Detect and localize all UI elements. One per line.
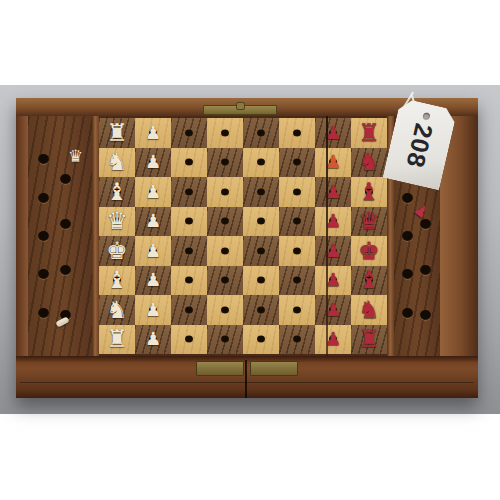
peg-hole <box>185 336 193 343</box>
box-front-rail <box>16 356 478 398</box>
square-r5c8[interactable]: ♚ <box>351 236 387 266</box>
square-r4c1[interactable]: ♛ <box>99 207 135 237</box>
square-r5c3[interactable] <box>171 236 207 266</box>
square-r7c8[interactable]: ♞ <box>351 295 387 325</box>
peg-hole <box>257 306 265 313</box>
peg-hole <box>221 129 229 136</box>
peg-hole <box>221 218 229 225</box>
red-rook[interactable]: ♜ <box>358 327 380 351</box>
red-rook[interactable]: ♜ <box>358 120 380 144</box>
square-r3c6[interactable] <box>279 177 315 207</box>
square-r4c6[interactable] <box>279 207 315 237</box>
square-r2c3[interactable] <box>171 148 207 178</box>
square-r3c3[interactable] <box>171 177 207 207</box>
square-r7c3[interactable] <box>171 295 207 325</box>
square-r3c1[interactable]: ♝ <box>99 177 135 207</box>
peg-hole <box>293 306 301 313</box>
square-r5c2[interactable]: ♟ <box>135 236 171 266</box>
tray-peg-hole <box>60 219 71 229</box>
hinge-knuckle <box>236 102 245 110</box>
square-r7c2[interactable]: ♟ <box>135 295 171 325</box>
tray-peg-hole <box>402 269 413 279</box>
peg-hole <box>257 188 265 195</box>
white-bishop[interactable]: ♝ <box>106 268 128 292</box>
tray-peg-hole <box>420 265 431 275</box>
white-bishop[interactable]: ♝ <box>106 179 128 203</box>
white-queen[interactable]: ♛ <box>106 209 128 233</box>
square-r4c7[interactable]: ♟ <box>315 207 351 237</box>
square-r8c5[interactable] <box>243 325 279 355</box>
square-r3c2[interactable]: ♟ <box>135 177 171 207</box>
peg-hole <box>257 247 265 254</box>
square-r7c6[interactable] <box>279 295 315 325</box>
square-r4c5[interactable] <box>243 207 279 237</box>
peg-hole <box>185 306 193 313</box>
square-r7c7[interactable]: ♟ <box>315 295 351 325</box>
peg-hole <box>185 247 193 254</box>
square-r6c6[interactable] <box>279 266 315 296</box>
peg-hole <box>185 218 193 225</box>
tray-peg-hole <box>38 269 49 279</box>
tray-peg-hole <box>420 310 431 320</box>
red-bishop[interactable]: ♝ <box>358 268 380 292</box>
peg-hole <box>221 277 229 284</box>
peg-hole <box>293 336 301 343</box>
left-tray-holes <box>36 126 50 346</box>
fold-crack <box>245 360 247 398</box>
chess-board: ♜♟♟♜♞♟♟♞♝♟♟♝♛♟♟♛♚♟♟♚♝♟♟♝♞♟♟♞♜♟♟♜ <box>99 118 387 354</box>
square-r1c6[interactable] <box>279 118 315 148</box>
white-pawn[interactable]: ♟ <box>145 212 161 230</box>
square-r5c5[interactable] <box>243 236 279 266</box>
tray-peg-hole <box>60 174 71 184</box>
square-r6c4[interactable] <box>207 266 243 296</box>
brass-hinge-top <box>203 105 277 115</box>
tag-hole <box>422 112 430 120</box>
peg-hole <box>257 336 265 343</box>
square-r3c5[interactable] <box>243 177 279 207</box>
peg-hole <box>293 218 301 225</box>
tray-peg-hole <box>402 308 413 318</box>
square-r5c1[interactable]: ♚ <box>99 236 135 266</box>
peg-hole <box>293 247 301 254</box>
square-r5c4[interactable] <box>207 236 243 266</box>
square-r2c4[interactable] <box>207 148 243 178</box>
peg-hole <box>293 188 301 195</box>
square-r2c5[interactable] <box>243 148 279 178</box>
square-r1c8[interactable]: ♜ <box>351 118 387 148</box>
square-r2c6[interactable] <box>279 148 315 178</box>
lot-number: 208 <box>400 121 438 171</box>
front-rail-groove <box>20 382 474 384</box>
red-knight[interactable]: ♞ <box>358 150 380 174</box>
board-panel: ♜♟♟♜♞♟♟♞♝♟♟♝♛♟♟♛♚♟♟♚♝♟♟♝♞♟♟♞♜♟♟♜ <box>99 116 387 356</box>
square-r4c2[interactable]: ♟ <box>135 207 171 237</box>
square-r2c7[interactable]: ♟ <box>315 148 351 178</box>
white-pawn[interactable]: ♟ <box>145 242 161 260</box>
square-r1c5[interactable] <box>243 118 279 148</box>
square-r4c4[interactable] <box>207 207 243 237</box>
square-r6c7[interactable]: ♟ <box>315 266 351 296</box>
square-r1c7[interactable]: ♟ <box>315 118 351 148</box>
red-knight[interactable]: ♞ <box>358 297 380 321</box>
square-r1c4[interactable] <box>207 118 243 148</box>
square-r7c4[interactable] <box>207 295 243 325</box>
peg-hole <box>185 129 193 136</box>
white-knight[interactable]: ♞ <box>106 297 128 321</box>
square-r8c1[interactable]: ♜ <box>99 325 135 355</box>
white-rook[interactable]: ♜ <box>106 120 128 144</box>
peg-hole <box>221 188 229 195</box>
left-storage-tray: ♛ <box>28 116 92 356</box>
square-r6c2[interactable]: ♟ <box>135 266 171 296</box>
peg-hole <box>257 218 265 225</box>
square-r6c5[interactable] <box>243 266 279 296</box>
white-king[interactable]: ♚ <box>106 238 128 262</box>
tray-peg-hole <box>402 193 413 203</box>
square-r7c5[interactable] <box>243 295 279 325</box>
white-rook[interactable]: ♜ <box>106 327 128 351</box>
peg-hole <box>185 159 193 166</box>
left-tray-divider <box>92 116 99 356</box>
white-pawn[interactable]: ♟ <box>145 183 161 201</box>
square-r2c1[interactable]: ♞ <box>99 148 135 178</box>
square-r4c8[interactable]: ♛ <box>351 207 387 237</box>
tray-peg-hole <box>60 265 71 275</box>
white-pawn[interactable]: ♟ <box>145 153 161 171</box>
square-r6c1[interactable]: ♝ <box>99 266 135 296</box>
tray-peg-hole <box>38 193 49 203</box>
front-rail-lip <box>16 356 478 362</box>
tray-peg-hole <box>402 231 413 241</box>
square-r3c7[interactable]: ♟ <box>315 177 351 207</box>
square-r1c3[interactable] <box>171 118 207 148</box>
tray-peg-hole <box>38 231 49 241</box>
square-r8c4[interactable] <box>207 325 243 355</box>
peg-hole <box>293 277 301 284</box>
left-rim <box>16 116 28 356</box>
white-pawn[interactable]: ♟ <box>145 301 161 319</box>
white-pawn[interactable]: ♟ <box>145 124 161 142</box>
peg-hole <box>293 159 301 166</box>
peg-hole <box>257 277 265 284</box>
peg-hole <box>257 129 265 136</box>
red-king[interactable]: ♚ <box>358 238 380 262</box>
brass-hinge-bottom-left <box>196 361 244 376</box>
board-fold-seam <box>326 116 328 356</box>
square-r1c2[interactable]: ♟ <box>135 118 171 148</box>
peg-hole <box>221 247 229 254</box>
peg-hole <box>185 188 193 195</box>
square-r7c1[interactable]: ♞ <box>99 295 135 325</box>
white-spare-piece[interactable]: ♛ <box>68 148 83 165</box>
square-r3c8[interactable]: ♝ <box>351 177 387 207</box>
square-r5c6[interactable] <box>279 236 315 266</box>
square-r2c2[interactable]: ♟ <box>135 148 171 178</box>
square-r8c8[interactable]: ♜ <box>351 325 387 355</box>
white-pawn[interactable]: ♟ <box>145 271 161 289</box>
square-r3c4[interactable] <box>207 177 243 207</box>
peg-hole <box>257 159 265 166</box>
peg-hole <box>293 129 301 136</box>
red-queen[interactable]: ♛ <box>358 209 380 233</box>
white-pawn[interactable]: ♟ <box>145 330 161 348</box>
square-r8c3[interactable] <box>171 325 207 355</box>
brass-hinge-bottom-right <box>250 361 298 376</box>
peg-hole <box>221 159 229 166</box>
square-r4c3[interactable] <box>171 207 207 237</box>
square-r1c1[interactable]: ♜ <box>99 118 135 148</box>
square-r5c7[interactable]: ♟ <box>315 236 351 266</box>
square-r2c8[interactable]: ♞ <box>351 148 387 178</box>
peg-hole <box>221 336 229 343</box>
red-bishop[interactable]: ♝ <box>358 179 380 203</box>
tray-peg-hole <box>38 154 49 164</box>
peg-hole <box>221 306 229 313</box>
tray-peg-hole <box>38 308 49 318</box>
square-r8c6[interactable] <box>279 325 315 355</box>
square-r8c2[interactable]: ♟ <box>135 325 171 355</box>
peg-hole <box>185 277 193 284</box>
white-knight[interactable]: ♞ <box>106 150 128 174</box>
square-r6c3[interactable] <box>171 266 207 296</box>
square-r6c8[interactable]: ♝ <box>351 266 387 296</box>
square-r8c7[interactable]: ♟ <box>315 325 351 355</box>
